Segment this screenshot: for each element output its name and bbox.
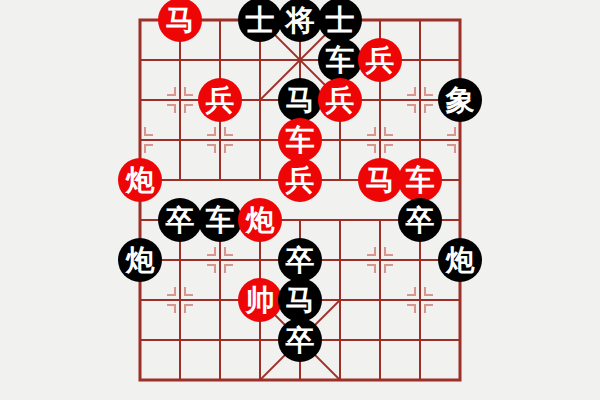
cell-3-7: 帅 [240,280,280,320]
cell-0-6: 炮 [120,240,160,280]
cell-1-7 [160,280,200,320]
cell-2-9 [200,360,240,400]
cell-7-5: 卒 [400,200,440,240]
black-soldier[interactable]: 卒 [398,198,442,242]
cell-2-2: 兵 [200,80,240,120]
cell-1-8 [160,320,200,360]
cell-1-4 [160,160,200,200]
cell-3-2 [240,80,280,120]
cell-0-4: 炮 [120,160,160,200]
cell-0-7 [120,280,160,320]
cell-7-8 [400,320,440,360]
cell-4-9 [280,360,320,400]
cell-6-0 [360,0,400,40]
cell-6-1: 兵 [360,40,400,80]
cell-7-1 [400,40,440,80]
cell-6-3 [360,120,400,160]
cell-6-8 [360,320,400,360]
red-soldier[interactable]: 兵 [198,78,242,122]
black-cannon[interactable]: 炮 [438,238,482,282]
cell-3-6 [240,240,280,280]
black-horse[interactable]: 马 [278,78,322,122]
black-soldier[interactable]: 卒 [158,198,202,242]
cell-6-2 [360,80,400,120]
cell-8-3 [440,120,480,160]
red-cannon[interactable]: 炮 [118,158,162,202]
red-soldier[interactable]: 兵 [278,158,322,202]
cell-2-8 [200,320,240,360]
cell-1-9 [160,360,200,400]
cell-1-2 [160,80,200,120]
cell-8-0 [440,0,480,40]
board-grid: 马士将士车兵兵马兵象车炮兵马车卒车炮卒炮卒炮帅马卒 [120,0,480,400]
cell-3-9 [240,360,280,400]
cell-0-8 [120,320,160,360]
cell-4-5 [280,200,320,240]
red-general[interactable]: 帅 [238,278,282,322]
black-chariot[interactable]: 车 [318,38,362,82]
cell-3-4 [240,160,280,200]
red-horse[interactable]: 马 [358,158,402,202]
cell-5-2: 兵 [320,80,360,120]
cell-2-3 [200,120,240,160]
black-advisor[interactable]: 士 [238,0,282,42]
cell-1-6 [160,240,200,280]
cell-1-0: 马 [160,0,200,40]
black-soldier[interactable]: 卒 [278,318,322,362]
cell-1-1 [160,40,200,80]
cell-6-9 [360,360,400,400]
cell-0-9 [120,360,160,400]
cell-5-5 [320,200,360,240]
cell-4-2: 马 [280,80,320,120]
cell-6-4: 马 [360,160,400,200]
cell-7-9 [400,360,440,400]
cell-1-3 [160,120,200,160]
cell-8-7 [440,280,480,320]
cell-0-1 [120,40,160,80]
cell-7-4: 车 [400,160,440,200]
black-soldier[interactable]: 卒 [278,238,322,282]
cell-4-6: 卒 [280,240,320,280]
black-cannon[interactable]: 炮 [118,238,162,282]
cell-2-0 [200,0,240,40]
black-chariot[interactable]: 车 [198,198,242,242]
cell-5-9 [320,360,360,400]
cell-7-7 [400,280,440,320]
black-general[interactable]: 将 [278,0,322,42]
cell-6-5 [360,200,400,240]
red-soldier[interactable]: 兵 [318,78,362,122]
cell-7-6 [400,240,440,280]
cell-8-9 [440,360,480,400]
cell-2-4 [200,160,240,200]
red-chariot[interactable]: 车 [398,158,442,202]
red-cannon[interactable]: 炮 [238,198,282,242]
cell-3-5: 炮 [240,200,280,240]
cell-8-2: 象 [440,80,480,120]
cell-0-2 [120,80,160,120]
cell-4-0: 将 [280,0,320,40]
cell-5-3 [320,120,360,160]
red-soldier[interactable]: 兵 [358,38,402,82]
cell-8-4 [440,160,480,200]
cell-5-0: 士 [320,0,360,40]
cell-8-1 [440,40,480,80]
cell-5-7 [320,280,360,320]
xiangqi-board-diagram: 马士将士车兵兵马兵象车炮兵马车卒车炮卒炮卒炮帅马卒 [0,0,600,400]
cell-6-6 [360,240,400,280]
red-horse[interactable]: 马 [158,0,202,42]
cell-2-1 [200,40,240,80]
cell-8-5 [440,200,480,240]
cell-7-2 [400,80,440,120]
cell-2-7 [200,280,240,320]
cell-0-3 [120,120,160,160]
cell-8-6: 炮 [440,240,480,280]
cell-4-8: 卒 [280,320,320,360]
cell-0-0 [120,0,160,40]
cell-6-7 [360,280,400,320]
cell-2-6 [200,240,240,280]
cell-8-8 [440,320,480,360]
red-chariot[interactable]: 车 [278,118,322,162]
cell-5-6 [320,240,360,280]
cell-4-7: 马 [280,280,320,320]
cell-5-1: 车 [320,40,360,80]
cell-3-0: 士 [240,0,280,40]
black-advisor[interactable]: 士 [318,0,362,42]
cell-4-3: 车 [280,120,320,160]
cell-7-3 [400,120,440,160]
cell-3-3 [240,120,280,160]
cell-4-1 [280,40,320,80]
cell-7-0 [400,0,440,40]
cell-5-8 [320,320,360,360]
black-horse[interactable]: 马 [278,278,322,322]
black-elephant[interactable]: 象 [438,78,482,122]
cell-5-4 [320,160,360,200]
cell-0-5 [120,200,160,240]
cell-4-4: 兵 [280,160,320,200]
cell-3-8 [240,320,280,360]
cell-2-5: 车 [200,200,240,240]
cell-1-5: 卒 [160,200,200,240]
cell-3-1 [240,40,280,80]
